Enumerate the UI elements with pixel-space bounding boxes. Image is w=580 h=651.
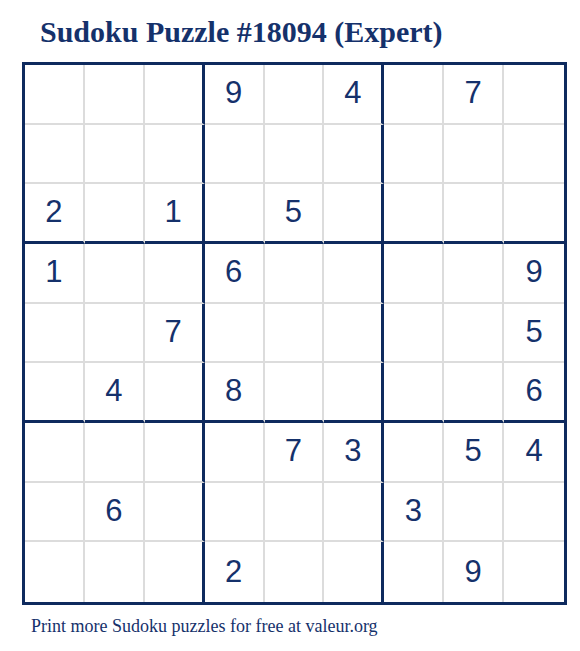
sudoku-cell-r7c6[interactable]: 3 [324,423,384,483]
sudoku-cell-r6c1[interactable] [25,363,85,423]
given-digit: 3 [405,495,422,526]
sudoku-cell-r2c7[interactable] [384,125,444,185]
sudoku-cell-r1c3[interactable] [145,65,205,125]
sudoku-cell-r6c3[interactable] [145,363,205,423]
sudoku-cell-r9c2[interactable] [85,542,145,602]
given-digit: 8 [225,375,242,406]
sudoku-cell-r1c9[interactable] [504,65,564,125]
sudoku-cell-r7c2[interactable] [85,423,145,483]
sudoku-cell-r5c6[interactable] [324,304,384,364]
sudoku-cell-r7c4[interactable] [205,423,265,483]
sudoku-cell-r8c2[interactable]: 6 [85,483,145,543]
given-digit: 6 [105,495,122,526]
given-digit: 6 [225,256,242,287]
sudoku-cell-r8c5[interactable] [265,483,325,543]
sudoku-cell-r7c3[interactable] [145,423,205,483]
sudoku-cell-r4c6[interactable] [324,244,384,304]
sudoku-cell-r3c9[interactable] [504,184,564,244]
sudoku-cell-r7c1[interactable] [25,423,85,483]
sudoku-cell-r4c7[interactable] [384,244,444,304]
sudoku-cell-r1c2[interactable] [85,65,145,125]
sudoku-cell-r5c5[interactable] [265,304,325,364]
sudoku-cell-r8c7[interactable]: 3 [384,483,444,543]
sudoku-cell-r4c8[interactable] [444,244,504,304]
sudoku-cell-r6c2[interactable]: 4 [85,363,145,423]
given-digit: 4 [344,77,361,108]
given-digit: 2 [225,556,242,587]
sudoku-cell-r3c1[interactable]: 2 [25,184,85,244]
sudoku-cell-r7c5[interactable]: 7 [265,423,325,483]
sudoku-cell-r7c9[interactable]: 4 [504,423,564,483]
sudoku-cell-r1c1[interactable] [25,65,85,125]
given-digit: 5 [285,196,302,227]
sudoku-cell-r2c5[interactable] [265,125,325,185]
sudoku-cell-r2c4[interactable] [205,125,265,185]
sudoku-cell-r5c1[interactable] [25,304,85,364]
given-digit: 9 [525,256,542,287]
sudoku-cell-r8c4[interactable] [205,483,265,543]
sudoku-cell-r5c4[interactable] [205,304,265,364]
sudoku-cell-r7c7[interactable] [384,423,444,483]
sudoku-cell-r6c5[interactable] [265,363,325,423]
sudoku-cell-r1c5[interactable] [265,65,325,125]
sudoku-cell-r9c8[interactable]: 9 [444,542,504,602]
sudoku-cell-r2c6[interactable] [324,125,384,185]
footer-credit: Print more Sudoku puzzles for free at va… [31,616,378,637]
sudoku-cell-r8c9[interactable] [504,483,564,543]
sudoku-cell-r9c9[interactable] [504,542,564,602]
given-digit: 9 [225,77,242,108]
given-digit: 4 [105,375,122,406]
given-digit: 7 [285,435,302,466]
given-digit: 5 [465,435,482,466]
sudoku-cell-r1c6[interactable]: 4 [324,65,384,125]
sudoku-cell-r9c3[interactable] [145,542,205,602]
sudoku-board: 9472151697548673546329 [22,62,567,605]
sudoku-cell-r1c8[interactable]: 7 [444,65,504,125]
sudoku-cell-r6c4[interactable]: 8 [205,363,265,423]
sudoku-cell-r1c4[interactable]: 9 [205,65,265,125]
sudoku-cell-r6c8[interactable] [444,363,504,423]
sudoku-cell-r2c2[interactable] [85,125,145,185]
sudoku-cell-r5c7[interactable] [384,304,444,364]
sudoku-cell-r5c3[interactable]: 7 [145,304,205,364]
sudoku-cell-r4c3[interactable] [145,244,205,304]
sudoku-cell-r5c9[interactable]: 5 [504,304,564,364]
sudoku-cell-r2c9[interactable] [504,125,564,185]
sudoku-cell-r9c5[interactable] [265,542,325,602]
given-digit: 5 [525,316,542,347]
given-digit: 2 [45,196,62,227]
sudoku-cell-r8c1[interactable] [25,483,85,543]
sudoku-cell-r4c2[interactable] [85,244,145,304]
sudoku-cell-r9c6[interactable] [324,542,384,602]
sudoku-cell-r6c6[interactable] [324,363,384,423]
sudoku-cell-r8c6[interactable] [324,483,384,543]
sudoku-page: Sudoku Puzzle #18094 (Expert) 9472151697… [0,0,580,651]
given-digit: 7 [165,316,182,347]
sudoku-cell-r1c7[interactable] [384,65,444,125]
given-digit: 4 [525,435,542,466]
sudoku-cell-r7c8[interactable]: 5 [444,423,504,483]
sudoku-cell-r4c1[interactable]: 1 [25,244,85,304]
sudoku-cell-r5c2[interactable] [85,304,145,364]
given-digit: 1 [45,256,62,287]
sudoku-cell-r3c4[interactable] [205,184,265,244]
given-digit: 9 [465,556,482,587]
sudoku-cell-r4c4[interactable]: 6 [205,244,265,304]
sudoku-cell-r8c8[interactable] [444,483,504,543]
sudoku-cell-r2c3[interactable] [145,125,205,185]
sudoku-cell-r3c6[interactable] [324,184,384,244]
sudoku-cell-r3c3[interactable]: 1 [145,184,205,244]
sudoku-cell-r5c8[interactable] [444,304,504,364]
sudoku-cell-r6c7[interactable] [384,363,444,423]
sudoku-cell-r4c5[interactable] [265,244,325,304]
sudoku-cell-r3c2[interactable] [85,184,145,244]
sudoku-cell-r3c8[interactable] [444,184,504,244]
given-digit: 7 [465,77,482,108]
sudoku-cell-r3c5[interactable]: 5 [265,184,325,244]
sudoku-cell-r2c8[interactable] [444,125,504,185]
sudoku-cell-r2c1[interactable] [25,125,85,185]
given-digit: 6 [525,375,542,406]
sudoku-cell-r6c9[interactable]: 6 [504,363,564,423]
sudoku-cell-r9c7[interactable] [384,542,444,602]
sudoku-cell-r8c3[interactable] [145,483,205,543]
given-digit: 1 [165,196,182,227]
sudoku-cell-r3c7[interactable] [384,184,444,244]
sudoku-cell-r4c9[interactable]: 9 [504,244,564,304]
sudoku-cell-r9c4[interactable]: 2 [205,542,265,602]
sudoku-cell-r9c1[interactable] [25,542,85,602]
page-title: Sudoku Puzzle #18094 (Expert) [40,15,443,50]
given-digit: 3 [344,435,361,466]
